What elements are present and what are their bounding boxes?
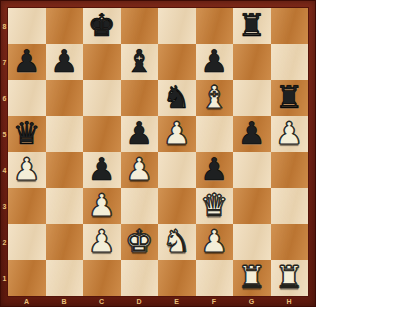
square-c8[interactable]: ♚	[83, 8, 121, 44]
square-f2[interactable]: ♟	[196, 224, 234, 260]
square-b1[interactable]	[46, 260, 84, 296]
white-pawn: ♟	[200, 226, 228, 257]
square-g3[interactable]	[233, 188, 271, 224]
rank-label-8: 8	[1, 8, 8, 44]
square-g2[interactable]	[233, 224, 271, 260]
black-pawn: ♟	[200, 46, 228, 77]
black-knight: ♞	[163, 82, 191, 113]
square-e1[interactable]	[158, 260, 196, 296]
square-d1[interactable]	[121, 260, 159, 296]
square-f4[interactable]: ♟	[196, 152, 234, 188]
white-pawn: ♟	[88, 226, 116, 257]
square-g1[interactable]: ♜	[233, 260, 271, 296]
square-f1[interactable]	[196, 260, 234, 296]
square-h1[interactable]: ♜	[271, 260, 309, 296]
square-h3[interactable]	[271, 188, 309, 224]
square-h2[interactable]	[271, 224, 309, 260]
rank-label-5: 5	[1, 116, 8, 152]
square-g4[interactable]	[233, 152, 271, 188]
square-h6[interactable]: ♜	[271, 80, 309, 116]
square-c3[interactable]: ♟	[83, 188, 121, 224]
square-b7[interactable]: ♟	[46, 44, 84, 80]
square-a3[interactable]	[8, 188, 46, 224]
square-b6[interactable]	[46, 80, 84, 116]
square-b4[interactable]	[46, 152, 84, 188]
square-e7[interactable]	[158, 44, 196, 80]
white-pawn: ♟	[13, 154, 41, 185]
square-h4[interactable]	[271, 152, 309, 188]
square-a5[interactable]: ♛	[8, 116, 46, 152]
white-pawn: ♟	[275, 118, 303, 149]
square-e8[interactable]	[158, 8, 196, 44]
square-a4[interactable]: ♟	[8, 152, 46, 188]
square-d4[interactable]: ♟	[121, 152, 159, 188]
board-squares: ♚♜♟♟♝♟♞♝♜♛♟♟♟♟♟♟♟♟♟♛♟♚♞♟♜♜	[8, 8, 308, 296]
square-f7[interactable]: ♟	[196, 44, 234, 80]
black-pawn: ♟	[13, 46, 41, 77]
square-g7[interactable]	[233, 44, 271, 80]
black-pawn: ♟	[88, 154, 116, 185]
square-a8[interactable]	[8, 8, 46, 44]
white-bishop: ♝	[200, 82, 228, 113]
square-d5[interactable]: ♟	[121, 116, 159, 152]
chess-board[interactable]: 87654321 ♚♜♟♟♝♟♞♝♜♛♟♟♟♟♟♟♟♟♟♛♟♚♞♟♜♜ ABCD…	[0, 0, 316, 307]
square-d3[interactable]	[121, 188, 159, 224]
white-king: ♚	[125, 226, 153, 257]
black-pawn: ♟	[125, 118, 153, 149]
square-f3[interactable]: ♛	[196, 188, 234, 224]
file-label-d: D	[121, 296, 159, 306]
file-label-h: H	[271, 296, 309, 306]
file-label-f: F	[196, 296, 234, 306]
rank-label-1: 1	[1, 260, 8, 296]
square-c4[interactable]: ♟	[83, 152, 121, 188]
square-e5[interactable]: ♟	[158, 116, 196, 152]
square-e6[interactable]: ♞	[158, 80, 196, 116]
square-g8[interactable]: ♜	[233, 8, 271, 44]
square-b5[interactable]	[46, 116, 84, 152]
rank-label-7: 7	[1, 44, 8, 80]
black-king: ♚	[88, 10, 116, 41]
file-labels: ABCDEFGH	[8, 296, 308, 306]
black-rook: ♜	[275, 82, 303, 113]
square-c7[interactable]	[83, 44, 121, 80]
black-bishop: ♝	[125, 46, 153, 77]
file-label-c: C	[83, 296, 121, 306]
white-queen: ♛	[200, 190, 228, 221]
rank-label-3: 3	[1, 188, 8, 224]
black-pawn: ♟	[200, 154, 228, 185]
rank-label-4: 4	[1, 152, 8, 188]
file-label-e: E	[158, 296, 196, 306]
square-c5[interactable]	[83, 116, 121, 152]
square-c1[interactable]	[83, 260, 121, 296]
square-g6[interactable]	[233, 80, 271, 116]
rank-label-2: 2	[1, 224, 8, 260]
rank-labels: 87654321	[1, 8, 8, 296]
square-b8[interactable]	[46, 8, 84, 44]
white-knight: ♞	[163, 226, 191, 257]
square-b3[interactable]	[46, 188, 84, 224]
square-g5[interactable]: ♟	[233, 116, 271, 152]
square-c2[interactable]: ♟	[83, 224, 121, 260]
square-f5[interactable]	[196, 116, 234, 152]
square-f8[interactable]	[196, 8, 234, 44]
white-pawn: ♟	[125, 154, 153, 185]
square-h8[interactable]	[271, 8, 309, 44]
square-d6[interactable]	[121, 80, 159, 116]
square-e2[interactable]: ♞	[158, 224, 196, 260]
square-a1[interactable]	[8, 260, 46, 296]
square-e3[interactable]	[158, 188, 196, 224]
black-pawn: ♟	[238, 118, 266, 149]
square-a7[interactable]: ♟	[8, 44, 46, 80]
square-h7[interactable]	[271, 44, 309, 80]
file-label-g: G	[233, 296, 271, 306]
square-c6[interactable]	[83, 80, 121, 116]
square-h5[interactable]: ♟	[271, 116, 309, 152]
square-d7[interactable]: ♝	[121, 44, 159, 80]
white-rook: ♜	[275, 262, 303, 293]
file-label-b: B	[46, 296, 84, 306]
file-label-a: A	[8, 296, 46, 306]
square-d2[interactable]: ♚	[121, 224, 159, 260]
square-e4[interactable]	[158, 152, 196, 188]
square-f6[interactable]: ♝	[196, 80, 234, 116]
white-pawn: ♟	[88, 190, 116, 221]
rank-label-6: 6	[1, 80, 8, 116]
white-rook: ♜	[238, 262, 266, 293]
square-b2[interactable]	[46, 224, 84, 260]
black-pawn: ♟	[50, 46, 78, 77]
page: 87654321 ♚♜♟♟♝♟♞♝♜♛♟♟♟♟♟♟♟♟♟♛♟♚♞♟♜♜ ABCD…	[0, 0, 414, 311]
square-a2[interactable]	[8, 224, 46, 260]
square-a6[interactable]	[8, 80, 46, 116]
black-rook: ♜	[238, 10, 266, 41]
black-queen: ♛	[13, 118, 41, 149]
square-d8[interactable]	[121, 8, 159, 44]
white-pawn: ♟	[163, 118, 191, 149]
